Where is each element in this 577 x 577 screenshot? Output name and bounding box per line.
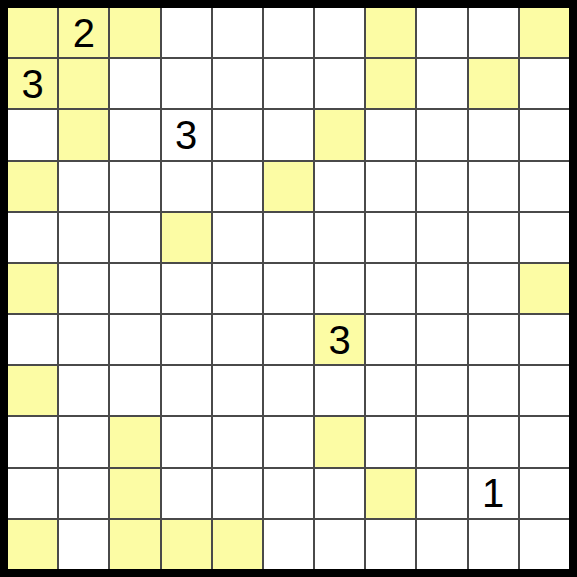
cell-r3c3[interactable] (110, 110, 159, 159)
cell-r10c4[interactable] (162, 469, 211, 518)
cell-r1c5[interactable] (213, 8, 262, 57)
clue-number: 3 (21, 64, 43, 104)
clue-number: 3 (329, 320, 351, 360)
cell-r4c7[interactable] (315, 162, 364, 211)
cell-r9c8[interactable] (366, 417, 415, 466)
cell-r3c11[interactable] (520, 110, 569, 159)
cell-r5c7[interactable] (315, 213, 364, 262)
cell-r1c9[interactable] (417, 8, 466, 57)
cell-r11c4[interactable] (162, 520, 211, 569)
cell-r8c5[interactable] (213, 366, 262, 415)
cell-r8c8[interactable] (366, 366, 415, 415)
cell-r2c6[interactable] (264, 59, 313, 108)
cell-r10c6[interactable] (264, 469, 313, 518)
cell-r4c6[interactable] (264, 162, 313, 211)
cell-r8c11[interactable] (520, 366, 569, 415)
cell-r6c6[interactable] (264, 264, 313, 313)
cell-r10c2[interactable] (59, 469, 108, 518)
cell-r9c9[interactable] (417, 417, 466, 466)
cell-r3c1[interactable] (8, 110, 57, 159)
cell-r6c5[interactable] (213, 264, 262, 313)
cell-r2c9[interactable] (417, 59, 466, 108)
cell-r6c3[interactable] (110, 264, 159, 313)
cell-r11c7[interactable] (315, 520, 364, 569)
cell-r6c8[interactable] (366, 264, 415, 313)
cell-r9c3[interactable] (110, 417, 159, 466)
cell-r10c7[interactable] (315, 469, 364, 518)
clue-number: 3 (175, 115, 197, 155)
cell-r8c1[interactable] (8, 366, 57, 415)
cell-r11c9[interactable] (417, 520, 466, 569)
cell-r1c3[interactable] (110, 8, 159, 57)
cell-r1c8[interactable] (366, 8, 415, 57)
cell-r6c1[interactable] (8, 264, 57, 313)
cell-r1c2[interactable]: 2 (59, 8, 108, 57)
cell-r1c11[interactable] (520, 8, 569, 57)
cell-r7c9[interactable] (417, 315, 466, 364)
cell-r7c7[interactable]: 3 (315, 315, 364, 364)
cell-r8c7[interactable] (315, 366, 364, 415)
cell-r11c6[interactable] (264, 520, 313, 569)
cell-r6c2[interactable] (59, 264, 108, 313)
cell-r8c10[interactable] (469, 366, 518, 415)
cell-r1c7[interactable] (315, 8, 364, 57)
cell-r11c2[interactable] (59, 520, 108, 569)
cell-r5c8[interactable] (366, 213, 415, 262)
cell-r1c6[interactable] (264, 8, 313, 57)
cell-r6c10[interactable] (469, 264, 518, 313)
cell-r5c9[interactable] (417, 213, 466, 262)
cell-r7c8[interactable] (366, 315, 415, 364)
cell-r4c8[interactable] (366, 162, 415, 211)
cell-r4c5[interactable] (213, 162, 262, 211)
cell-r2c7[interactable] (315, 59, 364, 108)
cell-r10c3[interactable] (110, 469, 159, 518)
cell-r8c4[interactable] (162, 366, 211, 415)
cell-r5c5[interactable] (213, 213, 262, 262)
cell-r2c1[interactable]: 3 (8, 59, 57, 108)
cell-r1c10[interactable] (469, 8, 518, 57)
cell-r10c10[interactable]: 1 (469, 469, 518, 518)
cell-r11c8[interactable] (366, 520, 415, 569)
cell-r2c8[interactable] (366, 59, 415, 108)
cell-r6c9[interactable] (417, 264, 466, 313)
cell-r5c3[interactable] (110, 213, 159, 262)
cell-r4c2[interactable] (59, 162, 108, 211)
cell-r9c4[interactable] (162, 417, 211, 466)
cell-r4c10[interactable] (469, 162, 518, 211)
cell-r11c1[interactable] (8, 520, 57, 569)
cell-r4c3[interactable] (110, 162, 159, 211)
cell-r3c6[interactable] (264, 110, 313, 159)
cell-r3c5[interactable] (213, 110, 262, 159)
cell-r8c2[interactable] (59, 366, 108, 415)
clue-number: 2 (73, 13, 95, 53)
cell-r5c4[interactable] (162, 213, 211, 262)
cell-r10c8[interactable] (366, 469, 415, 518)
cell-r1c1[interactable] (8, 8, 57, 57)
cell-r7c6[interactable] (264, 315, 313, 364)
cell-r2c5[interactable] (213, 59, 262, 108)
cell-r7c3[interactable] (110, 315, 159, 364)
cell-r9c11[interactable] (520, 417, 569, 466)
cell-r2c2[interactable] (59, 59, 108, 108)
cell-r2c10[interactable] (469, 59, 518, 108)
cell-r5c6[interactable] (264, 213, 313, 262)
cell-r10c11[interactable] (520, 469, 569, 518)
cell-r10c5[interactable] (213, 469, 262, 518)
cell-r11c10[interactable] (469, 520, 518, 569)
cell-r7c2[interactable] (59, 315, 108, 364)
cell-r4c11[interactable] (520, 162, 569, 211)
cell-r11c11[interactable] (520, 520, 569, 569)
cell-r2c4[interactable] (162, 59, 211, 108)
cell-r8c3[interactable] (110, 366, 159, 415)
cell-r11c3[interactable] (110, 520, 159, 569)
cell-r6c11[interactable] (520, 264, 569, 313)
cell-r6c7[interactable] (315, 264, 364, 313)
cell-r6c4[interactable] (162, 264, 211, 313)
cell-r4c4[interactable] (162, 162, 211, 211)
cell-r7c1[interactable] (8, 315, 57, 364)
cell-r10c1[interactable] (8, 469, 57, 518)
cell-r3c7[interactable] (315, 110, 364, 159)
cell-r5c11[interactable] (520, 213, 569, 262)
cell-r9c5[interactable] (213, 417, 262, 466)
cell-r3c4[interactable]: 3 (162, 110, 211, 159)
cell-r2c3[interactable] (110, 59, 159, 108)
cell-r9c1[interactable] (8, 417, 57, 466)
cell-r7c5[interactable] (213, 315, 262, 364)
cell-r2c11[interactable] (520, 59, 569, 108)
cell-r9c7[interactable] (315, 417, 364, 466)
cell-r3c10[interactable] (469, 110, 518, 159)
cell-r10c9[interactable] (417, 469, 466, 518)
cell-r9c10[interactable] (469, 417, 518, 466)
cell-r3c8[interactable] (366, 110, 415, 159)
cell-r4c1[interactable] (8, 162, 57, 211)
cell-r4c9[interactable] (417, 162, 466, 211)
cell-r11c5[interactable] (213, 520, 262, 569)
cell-r8c6[interactable] (264, 366, 313, 415)
cell-r7c10[interactable] (469, 315, 518, 364)
cell-r7c4[interactable] (162, 315, 211, 364)
cell-r9c2[interactable] (59, 417, 108, 466)
cell-r9c6[interactable] (264, 417, 313, 466)
cell-r1c4[interactable] (162, 8, 211, 57)
cell-r7c11[interactable] (520, 315, 569, 364)
cell-r5c1[interactable] (8, 213, 57, 262)
cell-r5c10[interactable] (469, 213, 518, 262)
cell-r5c2[interactable] (59, 213, 108, 262)
cell-r8c9[interactable] (417, 366, 466, 415)
clue-number: 1 (482, 473, 504, 513)
cell-r3c9[interactable] (417, 110, 466, 159)
cell-r3c2[interactable] (59, 110, 108, 159)
puzzle-board: 23331 (0, 0, 577, 577)
